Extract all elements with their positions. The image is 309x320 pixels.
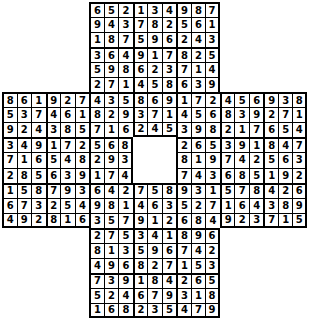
cell-r17c15[interactable]: 2 [205, 243, 220, 258]
cell-r5c11[interactable]: 2 [147, 62, 162, 77]
cell-r9c2[interactable]: 2 [17, 122, 32, 137]
cell-r1c9[interactable]: 2 [118, 2, 133, 17]
cell-r17c12[interactable]: 6 [162, 243, 177, 258]
cell-r8c14[interactable]: 5 [191, 107, 206, 122]
cell-r15c20[interactable]: 1 [278, 213, 293, 228]
cell-r2c12[interactable]: 2 [162, 17, 177, 32]
cell-r21c7[interactable]: 1 [89, 303, 104, 318]
cell-r17c7[interactable]: 8 [89, 243, 104, 258]
cell-r12c1[interactable]: 2 [2, 168, 17, 183]
cell-r15c8[interactable]: 5 [104, 213, 119, 228]
cell-r5c9[interactable]: 8 [118, 62, 133, 77]
cell-r12c21[interactable]: 2 [292, 168, 307, 183]
cell-r2c8[interactable]: 4 [104, 17, 119, 32]
cell-r15c3[interactable]: 2 [31, 213, 46, 228]
cell-r14c5[interactable]: 5 [60, 198, 75, 213]
cell-r3c10[interactable]: 5 [133, 32, 148, 47]
cell-r14c9[interactable]: 1 [118, 198, 133, 213]
cell-r10c2[interactable]: 4 [17, 137, 32, 152]
cell-r15c4[interactable]: 8 [46, 213, 61, 228]
cell-r4c10[interactable]: 9 [133, 47, 148, 62]
cell-r20c12[interactable]: 9 [162, 288, 177, 303]
cell-r11c2[interactable]: 1 [17, 152, 32, 167]
cell-r7c5[interactable]: 2 [60, 92, 75, 107]
cell-r13c1[interactable]: 1 [2, 183, 17, 198]
cell-r8c19[interactable]: 2 [263, 107, 278, 122]
cell-r21c15[interactable]: 9 [205, 303, 220, 318]
cell-r8c3[interactable]: 7 [31, 107, 46, 122]
cell-r8c10[interactable]: 3 [133, 107, 148, 122]
cell-r1c14[interactable]: 8 [191, 2, 206, 17]
cell-r15c19[interactable]: 7 [263, 213, 278, 228]
cell-r8c5[interactable]: 6 [60, 107, 75, 122]
cell-r14c6[interactable]: 4 [75, 198, 90, 213]
cell-r13c2[interactable]: 5 [17, 183, 32, 198]
cell-r9c14[interactable]: 9 [191, 122, 206, 137]
cell-r7c10[interactable]: 8 [133, 92, 148, 107]
cell-r11c13[interactable]: 8 [176, 152, 191, 167]
cell-r19c12[interactable]: 4 [162, 273, 177, 288]
cell-r17c14[interactable]: 4 [191, 243, 206, 258]
cell-r15c5[interactable]: 1 [60, 213, 75, 228]
cell-r8c9[interactable]: 9 [118, 107, 133, 122]
cell-r12c3[interactable]: 5 [31, 168, 46, 183]
cell-r19c9[interactable]: 9 [118, 273, 133, 288]
cell-r13c9[interactable]: 2 [118, 183, 133, 198]
cell-r7c3[interactable]: 1 [31, 92, 46, 107]
cell-r4c9[interactable]: 4 [118, 47, 133, 62]
cell-r9c6[interactable]: 5 [75, 122, 90, 137]
cell-r6c10[interactable]: 4 [133, 77, 148, 92]
cell-r6c15[interactable]: 9 [205, 77, 220, 92]
cell-r9c8[interactable]: 1 [104, 122, 119, 137]
cell-r1c12[interactable]: 4 [162, 2, 177, 17]
cell-r10c13[interactable]: 2 [176, 137, 191, 152]
cell-r18c8[interactable]: 9 [104, 258, 119, 273]
cell-r12c18[interactable]: 5 [249, 168, 264, 183]
cell-r11c21[interactable]: 3 [292, 152, 307, 167]
cell-r18c7[interactable]: 4 [89, 258, 104, 273]
cell-r9c10[interactable]: 2 [133, 122, 148, 137]
cell-r2c13[interactable]: 5 [176, 17, 191, 32]
cell-r12c20[interactable]: 9 [278, 168, 293, 183]
cell-r5c14[interactable]: 1 [191, 62, 206, 77]
cell-r1c15[interactable]: 7 [205, 2, 220, 17]
cell-r8c6[interactable]: 1 [75, 107, 90, 122]
cell-r15c12[interactable]: 2 [162, 213, 177, 228]
cell-r20c9[interactable]: 4 [118, 288, 133, 303]
cell-r10c20[interactable]: 4 [278, 137, 293, 152]
cell-r9c4[interactable]: 3 [46, 122, 61, 137]
cell-r13c3[interactable]: 8 [31, 183, 46, 198]
cell-r9c5[interactable]: 8 [60, 122, 75, 137]
sudoku-page: 6521349879437825611875962433649178255986… [0, 0, 309, 320]
cell-r8c17[interactable]: 3 [234, 107, 249, 122]
cell-r13c7[interactable]: 6 [89, 183, 104, 198]
cell-r13c5[interactable]: 9 [60, 183, 75, 198]
cell-r4c14[interactable]: 2 [191, 47, 206, 62]
cell-r13c10[interactable]: 7 [133, 183, 148, 198]
cell-r1c13[interactable]: 9 [176, 2, 191, 17]
cell-r12c2[interactable]: 8 [17, 168, 32, 183]
cell-r19c13[interactable]: 2 [176, 273, 191, 288]
cell-r9c11[interactable]: 4 [147, 122, 162, 137]
cell-r4c15[interactable]: 5 [205, 47, 220, 62]
cell-r16c8[interactable]: 7 [104, 228, 119, 243]
cell-r14c3[interactable]: 3 [31, 198, 46, 213]
cell-r16c13[interactable]: 8 [176, 228, 191, 243]
cell-r19c10[interactable]: 1 [133, 273, 148, 288]
cell-r16c15[interactable]: 6 [205, 228, 220, 243]
cell-r3c13[interactable]: 2 [176, 32, 191, 47]
cell-r1c10[interactable]: 1 [133, 2, 148, 17]
cell-r7c16[interactable]: 4 [220, 92, 235, 107]
cell-r10c3[interactable]: 9 [31, 137, 46, 152]
cell-r4c11[interactable]: 1 [147, 47, 162, 62]
cell-r11c18[interactable]: 2 [249, 152, 264, 167]
cell-r3c8[interactable]: 8 [104, 32, 119, 47]
cell-r8c18[interactable]: 9 [249, 107, 264, 122]
cell-r13c4[interactable]: 7 [46, 183, 61, 198]
cell-r7c9[interactable]: 5 [118, 92, 133, 107]
cell-r16c7[interactable]: 2 [89, 228, 104, 243]
cell-r10c18[interactable]: 1 [249, 137, 264, 152]
cell-r11c19[interactable]: 5 [263, 152, 278, 167]
cell-r21c8[interactable]: 6 [104, 303, 119, 318]
cell-r6c14[interactable]: 3 [191, 77, 206, 92]
cell-r10c15[interactable]: 5 [205, 137, 220, 152]
cell-r19c15[interactable]: 5 [205, 273, 220, 288]
cell-r17c11[interactable]: 9 [147, 243, 162, 258]
cell-r18c15[interactable]: 3 [205, 258, 220, 273]
cell-r8c4[interactable]: 4 [46, 107, 61, 122]
cell-r11c17[interactable]: 4 [234, 152, 249, 167]
cell-r14c16[interactable]: 1 [220, 198, 235, 213]
cell-r12c5[interactable]: 3 [60, 168, 75, 183]
cell-r14c18[interactable]: 4 [249, 198, 264, 213]
cell-r13c19[interactable]: 4 [263, 183, 278, 198]
cell-r10c4[interactable]: 1 [46, 137, 61, 152]
cell-r4c8[interactable]: 6 [104, 47, 119, 62]
cell-r6c12[interactable]: 8 [162, 77, 177, 92]
cell-r12c19[interactable]: 1 [263, 168, 278, 183]
cell-r14c20[interactable]: 8 [278, 198, 293, 213]
cell-r14c7[interactable]: 9 [89, 198, 104, 213]
cell-r8c7[interactable]: 8 [89, 107, 104, 122]
cell-r21c11[interactable]: 3 [147, 303, 162, 318]
cell-r17c9[interactable]: 3 [118, 243, 133, 258]
cell-r17c13[interactable]: 7 [176, 243, 191, 258]
cell-r14c12[interactable]: 3 [162, 198, 177, 213]
cell-r16c14[interactable]: 9 [191, 228, 206, 243]
cell-r7c11[interactable]: 6 [147, 92, 162, 107]
cell-r13c13[interactable]: 9 [176, 183, 191, 198]
cell-r9c18[interactable]: 7 [249, 122, 264, 137]
cell-r12c4[interactable]: 6 [46, 168, 61, 183]
cell-r13c8[interactable]: 4 [104, 183, 119, 198]
cell-r19c14[interactable]: 6 [191, 273, 206, 288]
cell-r10c6[interactable]: 2 [75, 137, 90, 152]
cell-r10c7[interactable]: 5 [89, 137, 104, 152]
cell-r10c5[interactable]: 7 [60, 137, 75, 152]
cell-r7c12[interactable]: 9 [162, 92, 177, 107]
cell-r14c4[interactable]: 2 [46, 198, 61, 213]
cell-r11c4[interactable]: 5 [46, 152, 61, 167]
cell-r8c1[interactable]: 5 [2, 107, 17, 122]
cell-r15c10[interactable]: 9 [133, 213, 148, 228]
cell-r6c8[interactable]: 7 [104, 77, 119, 92]
cell-r3c14[interactable]: 4 [191, 32, 206, 47]
cell-r12c16[interactable]: 6 [220, 168, 235, 183]
cell-r13c12[interactable]: 8 [162, 183, 177, 198]
cell-r11c1[interactable]: 7 [2, 152, 17, 167]
cell-r7c21[interactable]: 8 [292, 92, 307, 107]
cell-r21c13[interactable]: 4 [176, 303, 191, 318]
cell-r11c15[interactable]: 9 [205, 152, 220, 167]
cell-r2c10[interactable]: 7 [133, 17, 148, 32]
cell-r14c17[interactable]: 6 [234, 198, 249, 213]
cell-r7c17[interactable]: 5 [234, 92, 249, 107]
cell-r20c11[interactable]: 7 [147, 288, 162, 303]
cell-r19c7[interactable]: 7 [89, 273, 104, 288]
cell-r8c8[interactable]: 2 [104, 107, 119, 122]
cell-r15c9[interactable]: 7 [118, 213, 133, 228]
cell-r16c12[interactable]: 1 [162, 228, 177, 243]
cell-r13c18[interactable]: 8 [249, 183, 264, 198]
cell-r11c14[interactable]: 1 [191, 152, 206, 167]
cell-r3c11[interactable]: 9 [147, 32, 162, 47]
cell-r11c6[interactable]: 8 [75, 152, 90, 167]
cell-r20c14[interactable]: 1 [191, 288, 206, 303]
cell-r6c7[interactable]: 2 [89, 77, 104, 92]
cell-r7c1[interactable]: 8 [2, 92, 17, 107]
cell-r6c11[interactable]: 5 [147, 77, 162, 92]
cell-r9c16[interactable]: 2 [220, 122, 235, 137]
cell-r9c20[interactable]: 5 [278, 122, 293, 137]
cell-r12c13[interactable]: 7 [176, 168, 191, 183]
cell-r10c19[interactable]: 8 [263, 137, 278, 152]
cell-r18c12[interactable]: 7 [162, 258, 177, 273]
cell-r8c15[interactable]: 6 [205, 107, 220, 122]
cell-r15c7[interactable]: 3 [89, 213, 104, 228]
cell-r6c9[interactable]: 1 [118, 77, 133, 92]
cell-r15c1[interactable]: 4 [2, 213, 17, 228]
cell-r8c16[interactable]: 8 [220, 107, 235, 122]
cell-r11c20[interactable]: 6 [278, 152, 293, 167]
cell-r15c13[interactable]: 6 [176, 213, 191, 228]
cell-r15c11[interactable]: 1 [147, 213, 162, 228]
cell-r10c8[interactable]: 6 [104, 137, 119, 152]
cell-r10c16[interactable]: 3 [220, 137, 235, 152]
cell-r8c2[interactable]: 3 [17, 107, 32, 122]
cell-r12c15[interactable]: 3 [205, 168, 220, 183]
cell-r11c3[interactable]: 6 [31, 152, 46, 167]
cell-r7c20[interactable]: 3 [278, 92, 293, 107]
cell-r10c21[interactable]: 7 [292, 137, 307, 152]
cell-r20c15[interactable]: 8 [205, 288, 220, 303]
cell-r11c5[interactable]: 4 [60, 152, 75, 167]
cell-r21c9[interactable]: 8 [118, 303, 133, 318]
cell-r16c10[interactable]: 3 [133, 228, 148, 243]
cell-r9c1[interactable]: 9 [2, 122, 17, 137]
cell-r16c11[interactable]: 4 [147, 228, 162, 243]
cell-r7c18[interactable]: 6 [249, 92, 264, 107]
cell-r13c17[interactable]: 7 [234, 183, 249, 198]
cell-r2c9[interactable]: 3 [118, 17, 133, 32]
cell-r14c1[interactable]: 6 [2, 198, 17, 213]
cell-r7c8[interactable]: 3 [104, 92, 119, 107]
cell-r20c13[interactable]: 3 [176, 288, 191, 303]
cell-r7c19[interactable]: 9 [263, 92, 278, 107]
cell-r3c15[interactable]: 3 [205, 32, 220, 47]
cell-r9c3[interactable]: 4 [31, 122, 46, 137]
cell-r8c13[interactable]: 4 [176, 107, 191, 122]
cell-r7c15[interactable]: 2 [205, 92, 220, 107]
cell-r13c16[interactable]: 5 [220, 183, 235, 198]
cell-r20c10[interactable]: 6 [133, 288, 148, 303]
cell-r15c17[interactable]: 2 [234, 213, 249, 228]
cell-r8c11[interactable]: 7 [147, 107, 162, 122]
cell-r7c13[interactable]: 1 [176, 92, 191, 107]
cell-r7c7[interactable]: 4 [89, 92, 104, 107]
cell-r2c7[interactable]: 9 [89, 17, 104, 32]
cell-r14c8[interactable]: 8 [104, 198, 119, 213]
cell-r5c10[interactable]: 6 [133, 62, 148, 77]
cell-r2c14[interactable]: 6 [191, 17, 206, 32]
cell-r15c6[interactable]: 6 [75, 213, 90, 228]
cell-r6c13[interactable]: 6 [176, 77, 191, 92]
cell-r18c13[interactable]: 1 [176, 258, 191, 273]
cell-r4c7[interactable]: 3 [89, 47, 104, 62]
cell-r20c7[interactable]: 5 [89, 288, 104, 303]
cell-r11c7[interactable]: 2 [89, 152, 104, 167]
cell-r15c15[interactable]: 4 [205, 213, 220, 228]
cell-r5c7[interactable]: 5 [89, 62, 104, 77]
cell-r3c9[interactable]: 7 [118, 32, 133, 47]
cell-r13c20[interactable]: 2 [278, 183, 293, 198]
cell-r7c4[interactable]: 9 [46, 92, 61, 107]
cell-r7c6[interactable]: 7 [75, 92, 90, 107]
cell-r19c11[interactable]: 8 [147, 273, 162, 288]
cell-r21c12[interactable]: 5 [162, 303, 177, 318]
cell-r21c10[interactable]: 2 [133, 303, 148, 318]
cell-r11c16[interactable]: 7 [220, 152, 235, 167]
cell-r14c21[interactable]: 9 [292, 198, 307, 213]
cell-r12c6[interactable]: 9 [75, 168, 90, 183]
cell-r5c8[interactable]: 9 [104, 62, 119, 77]
cell-r8c20[interactable]: 7 [278, 107, 293, 122]
sudoku-board: 6521349879437825611875962433649178255986… [2, 2, 307, 318]
cell-r15c18[interactable]: 3 [249, 213, 264, 228]
cell-r4c13[interactable]: 8 [176, 47, 191, 62]
cell-r13c11[interactable]: 5 [147, 183, 162, 198]
cell-r9c7[interactable]: 7 [89, 122, 104, 137]
cell-r10c9[interactable]: 8 [118, 137, 133, 152]
cell-r2c11[interactable]: 8 [147, 17, 162, 32]
cell-r12c9[interactable]: 4 [118, 168, 133, 183]
cell-r3c7[interactable]: 1 [89, 32, 104, 47]
cell-r7c2[interactable]: 6 [17, 92, 32, 107]
cell-r15c16[interactable]: 9 [220, 213, 235, 228]
cell-r13c14[interactable]: 3 [191, 183, 206, 198]
cell-r21c14[interactable]: 7 [191, 303, 206, 318]
cell-r9c19[interactable]: 6 [263, 122, 278, 137]
cell-r1c11[interactable]: 3 [147, 2, 162, 17]
cell-r9c9[interactable]: 6 [118, 122, 133, 137]
cell-r5c13[interactable]: 7 [176, 62, 191, 77]
cell-r14c11[interactable]: 6 [147, 198, 162, 213]
cell-r15c21[interactable]: 5 [292, 213, 307, 228]
cell-r12c14[interactable]: 4 [191, 168, 206, 183]
cell-r18c10[interactable]: 8 [133, 258, 148, 273]
cell-r14c10[interactable]: 4 [133, 198, 148, 213]
cell-r9c15[interactable]: 8 [205, 122, 220, 137]
cell-r14c14[interactable]: 2 [191, 198, 206, 213]
cell-r17c8[interactable]: 1 [104, 243, 119, 258]
cell-r10c17[interactable]: 9 [234, 137, 249, 152]
cell-r12c17[interactable]: 8 [234, 168, 249, 183]
cell-r14c13[interactable]: 5 [176, 198, 191, 213]
cell-r12c8[interactable]: 7 [104, 168, 119, 183]
cell-r7c14[interactable]: 7 [191, 92, 206, 107]
cell-r9c13[interactable]: 3 [176, 122, 191, 137]
cell-r10c1[interactable]: 3 [2, 137, 17, 152]
cell-r15c2[interactable]: 9 [17, 213, 32, 228]
cell-r11c9[interactable]: 3 [118, 152, 133, 167]
cell-r13c21[interactable]: 6 [292, 183, 307, 198]
cell-r5c15[interactable]: 4 [205, 62, 220, 77]
cell-r3c12[interactable]: 6 [162, 32, 177, 47]
cell-r17c10[interactable]: 5 [133, 243, 148, 258]
cell-r9c12[interactable]: 5 [162, 122, 177, 137]
cell-r10c14[interactable]: 6 [191, 137, 206, 152]
cell-r16c9[interactable]: 5 [118, 228, 133, 243]
cell-r20c8[interactable]: 2 [104, 288, 119, 303]
cell-r14c19[interactable]: 3 [263, 198, 278, 213]
cell-r1c7[interactable]: 6 [89, 2, 104, 17]
cell-r13c6[interactable]: 3 [75, 183, 90, 198]
cell-r13c15[interactable]: 1 [205, 183, 220, 198]
cell-r5c12[interactable]: 3 [162, 62, 177, 77]
cell-r12c7[interactable]: 1 [89, 168, 104, 183]
cell-r2c15[interactable]: 1 [205, 17, 220, 32]
cell-r4c12[interactable]: 7 [162, 47, 177, 62]
cell-r1c8[interactable]: 5 [104, 2, 119, 17]
cell-r11c8[interactable]: 9 [104, 152, 119, 167]
cell-r19c8[interactable]: 3 [104, 273, 119, 288]
cell-r8c12[interactable]: 1 [162, 107, 177, 122]
cell-r18c14[interactable]: 5 [191, 258, 206, 273]
cell-r18c11[interactable]: 2 [147, 258, 162, 273]
cell-r18c9[interactable]: 6 [118, 258, 133, 273]
cell-r9c21[interactable]: 4 [292, 122, 307, 137]
cell-r15c14[interactable]: 8 [191, 213, 206, 228]
cell-r8c21[interactable]: 1 [292, 107, 307, 122]
cell-r9c17[interactable]: 1 [234, 122, 249, 137]
cell-r14c15[interactable]: 7 [205, 198, 220, 213]
cell-r14c2[interactable]: 7 [17, 198, 32, 213]
